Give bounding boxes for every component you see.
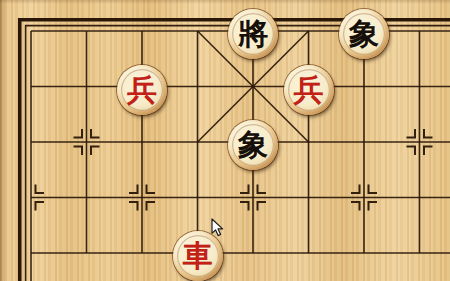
- point-3-0[interactable]: [170, 3, 226, 59]
- piece-black-elephant-1[interactable]: 象: [339, 9, 389, 59]
- point-5-3[interactable]: [281, 170, 337, 226]
- piece-glyph: 兵: [294, 75, 324, 105]
- piece-glyph: 車: [183, 241, 213, 271]
- piece-glyph: 象: [238, 130, 268, 160]
- point-6-4[interactable]: [336, 225, 392, 281]
- point-5-4[interactable]: [281, 225, 337, 281]
- piece-red-soldier-1[interactable]: 兵: [117, 65, 167, 115]
- point-7-1[interactable]: [392, 59, 448, 115]
- piece-black-general[interactable]: 將: [228, 9, 278, 59]
- point-2-3[interactable]: [114, 170, 170, 226]
- point-6-2[interactable]: [336, 114, 392, 170]
- point-4-4[interactable]: [225, 225, 281, 281]
- point-1-4[interactable]: [59, 225, 115, 281]
- point-0-0[interactable]: [3, 3, 59, 59]
- point-4-1[interactable]: [225, 59, 281, 115]
- point-1-1[interactable]: [59, 59, 115, 115]
- point-6-1[interactable]: [336, 59, 392, 115]
- point-5-2[interactable]: [281, 114, 337, 170]
- point-6-3[interactable]: [336, 170, 392, 226]
- point-0-1[interactable]: [3, 59, 59, 115]
- piece-glyph: 象: [349, 19, 379, 49]
- point-4-3[interactable]: [225, 170, 281, 226]
- point-2-4[interactable]: [114, 225, 170, 281]
- xiangqi-game-screen: 將象兵兵象車 Partial view of a wooden xiangqi …: [0, 0, 450, 281]
- point-0-4[interactable]: [3, 225, 59, 281]
- point-1-2[interactable]: [59, 114, 115, 170]
- piece-red-chariot[interactable]: 車: [173, 231, 223, 281]
- point-7-0[interactable]: [392, 3, 448, 59]
- point-1-3[interactable]: [59, 170, 115, 226]
- point-3-1[interactable]: [170, 59, 226, 115]
- point-0-2[interactable]: [3, 114, 59, 170]
- point-7-3[interactable]: [392, 170, 448, 226]
- piece-red-soldier-2[interactable]: 兵: [284, 65, 334, 115]
- piece-glyph: 兵: [127, 75, 157, 105]
- point-7-4[interactable]: [392, 225, 448, 281]
- piece-black-elephant-2[interactable]: 象: [228, 120, 278, 170]
- point-2-2[interactable]: [114, 114, 170, 170]
- point-2-0[interactable]: [114, 3, 170, 59]
- point-5-0[interactable]: [281, 3, 337, 59]
- point-0-3[interactable]: [3, 170, 59, 226]
- point-3-3[interactable]: [170, 170, 226, 226]
- point-7-2[interactable]: [392, 114, 448, 170]
- point-1-0[interactable]: [59, 3, 115, 59]
- piece-glyph: 將: [238, 19, 268, 49]
- point-3-2[interactable]: [170, 114, 226, 170]
